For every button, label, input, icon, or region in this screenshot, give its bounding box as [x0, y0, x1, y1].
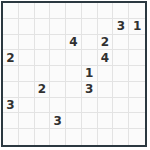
clue-cell-r6c3: 2	[35, 82, 51, 98]
cell-r7c9[interactable]	[129, 98, 145, 114]
clue-number: 3	[85, 83, 93, 95]
cell-r2c6[interactable]	[82, 19, 98, 35]
cell-r3c2[interactable]	[19, 35, 35, 51]
cell-r4c5[interactable]	[66, 50, 82, 66]
cell-r6c2[interactable]	[19, 82, 35, 98]
clue-cell-r6c6: 3	[82, 82, 98, 98]
clue-number: 3	[54, 115, 62, 127]
cell-r9c3[interactable]	[35, 129, 51, 145]
cell-r9c4[interactable]	[50, 129, 66, 145]
cell-r7c4[interactable]	[50, 98, 66, 114]
cell-r5c2[interactable]	[19, 66, 35, 82]
cell-r9c2[interactable]	[19, 129, 35, 145]
cell-r4c6[interactable]	[82, 50, 98, 66]
cell-r9c9[interactable]	[129, 129, 145, 145]
cell-r2c2[interactable]	[19, 19, 35, 35]
cell-r7c8[interactable]	[113, 98, 129, 114]
cell-r9c1[interactable]	[3, 129, 19, 145]
clue-cell-r3c7: 2	[98, 35, 114, 51]
cell-r4c9[interactable]	[129, 50, 145, 66]
clue-cell-r4c1: 2	[3, 50, 19, 66]
clue-number: 2	[6, 52, 14, 64]
clue-cell-r8c4: 3	[50, 113, 66, 129]
cell-r8c1[interactable]	[3, 113, 19, 129]
cell-r8c2[interactable]	[19, 113, 35, 129]
cell-r5c5[interactable]	[66, 66, 82, 82]
cell-r1c1[interactable]	[3, 3, 19, 19]
clue-number: 2	[38, 83, 46, 95]
clue-cell-r3c5: 4	[66, 35, 82, 51]
cell-r5c1[interactable]	[3, 66, 19, 82]
clue-number: 3	[6, 99, 14, 111]
cell-r1c4[interactable]	[50, 3, 66, 19]
cell-r6c5[interactable]	[66, 82, 82, 98]
clue-number: 4	[101, 52, 109, 64]
cell-r2c1[interactable]	[3, 19, 19, 35]
cell-r5c3[interactable]	[35, 66, 51, 82]
cell-r3c4[interactable]	[50, 35, 66, 51]
clue-number: 4	[69, 36, 77, 48]
cell-r8c5[interactable]	[66, 113, 82, 129]
cell-r8c6[interactable]	[82, 113, 98, 129]
cell-r1c2[interactable]	[19, 3, 35, 19]
cell-r7c7[interactable]	[98, 98, 114, 114]
cell-r2c4[interactable]	[50, 19, 66, 35]
cell-r3c8[interactable]	[113, 35, 129, 51]
cell-r1c9[interactable]	[129, 3, 145, 19]
clue-number: 2	[101, 36, 109, 48]
cell-r7c2[interactable]	[19, 98, 35, 114]
clue-number: 1	[133, 20, 141, 32]
cell-r5c4[interactable]	[50, 66, 66, 82]
cell-r9c8[interactable]	[113, 129, 129, 145]
cell-r1c6[interactable]	[82, 3, 98, 19]
cell-r5c8[interactable]	[113, 66, 129, 82]
cell-r6c8[interactable]	[113, 82, 129, 98]
cell-r3c9[interactable]	[129, 35, 145, 51]
cell-r9c6[interactable]	[82, 129, 98, 145]
cell-r5c9[interactable]	[129, 66, 145, 82]
clue-cell-r2c9: 1	[129, 19, 145, 35]
cell-r9c7[interactable]	[98, 129, 114, 145]
cell-r8c9[interactable]	[129, 113, 145, 129]
cell-r6c9[interactable]	[129, 82, 145, 98]
cell-r2c5[interactable]	[66, 19, 82, 35]
cell-r1c8[interactable]	[113, 3, 129, 19]
cell-r4c8[interactable]	[113, 50, 129, 66]
cell-r2c3[interactable]	[35, 19, 51, 35]
cell-r1c3[interactable]	[35, 3, 51, 19]
cell-r4c2[interactable]	[19, 50, 35, 66]
clue-number: 3	[117, 20, 125, 32]
clue-number: 1	[85, 67, 93, 79]
cell-r1c7[interactable]	[98, 3, 114, 19]
clue-cell-r5c6: 1	[82, 66, 98, 82]
cell-r9c5[interactable]	[66, 129, 82, 145]
cell-r3c6[interactable]	[82, 35, 98, 51]
cell-r6c4[interactable]	[50, 82, 66, 98]
cell-r7c5[interactable]	[66, 98, 82, 114]
page: 31422412333	[0, 0, 150, 150]
clue-cell-r4c7: 4	[98, 50, 114, 66]
cell-r4c4[interactable]	[50, 50, 66, 66]
cell-r7c3[interactable]	[35, 98, 51, 114]
cell-r5c7[interactable]	[98, 66, 114, 82]
cell-r4c3[interactable]	[35, 50, 51, 66]
cell-r2c7[interactable]	[98, 19, 114, 35]
cell-r6c7[interactable]	[98, 82, 114, 98]
clue-cell-r7c1: 3	[3, 98, 19, 114]
cell-r8c7[interactable]	[98, 113, 114, 129]
puzzle-board: 31422412333	[1, 1, 147, 147]
clue-cell-r2c8: 3	[113, 19, 129, 35]
cell-r3c1[interactable]	[3, 35, 19, 51]
cell-r3c3[interactable]	[35, 35, 51, 51]
cell-r8c3[interactable]	[35, 113, 51, 129]
cell-r7c6[interactable]	[82, 98, 98, 114]
cell-r8c8[interactable]	[113, 113, 129, 129]
cell-r6c1[interactable]	[3, 82, 19, 98]
cell-r1c5[interactable]	[66, 3, 82, 19]
